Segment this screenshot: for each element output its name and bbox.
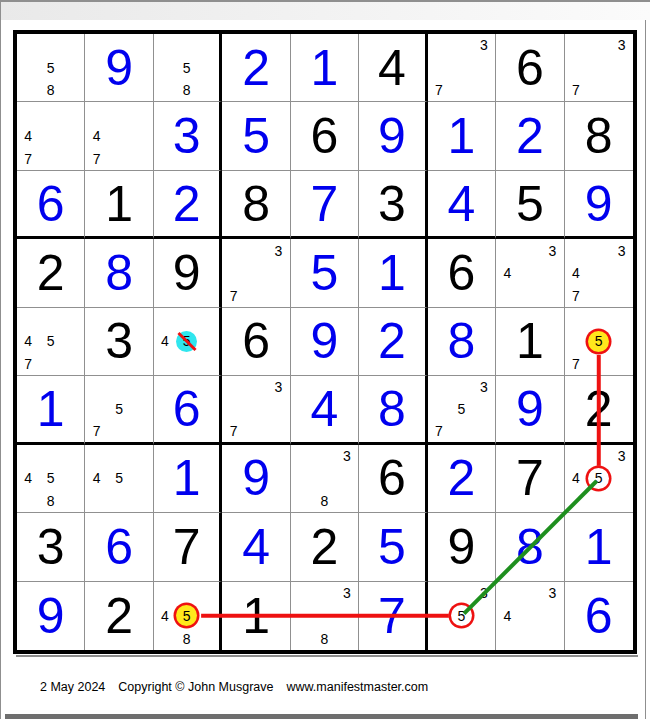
footer-website: www.manifestmaster.com	[286, 680, 428, 694]
candidate-digit: 4	[565, 468, 586, 489]
cell-r1c3[interactable]: 58	[154, 34, 222, 102]
candidate-digit: 3	[611, 240, 632, 261]
cell-r9c4[interactable]: 1	[222, 582, 290, 650]
pencil-marks: 37	[428, 34, 495, 101]
given-digit: 2	[105, 591, 133, 641]
given-digit: 3	[105, 316, 133, 366]
candidate-digit: 3	[611, 445, 632, 466]
cell-r8c5[interactable]: 2	[291, 513, 359, 581]
cell-r1c2[interactable]: 9	[85, 34, 153, 102]
cell-r5c8[interactable]: 1	[496, 308, 564, 376]
solved-digit: 2	[173, 179, 201, 229]
candidate-digit: 3	[336, 445, 357, 466]
cell-r9c7[interactable]: 35	[428, 582, 496, 650]
cell-r7c4[interactable]: 9	[222, 445, 290, 513]
solved-digit: 9	[105, 43, 133, 93]
cell-r3c9[interactable]: 9	[565, 171, 633, 239]
cell-r5c5[interactable]: 9	[291, 308, 359, 376]
cell-r8c2[interactable]: 6	[85, 513, 153, 581]
footer-copyright: Copyright © John Musgrave	[118, 680, 273, 694]
solved-digit: 5	[311, 248, 339, 298]
candidate-digit: 4	[497, 263, 518, 284]
candidate-digit: 7	[565, 285, 586, 306]
cell-r4c3[interactable]: 9	[154, 239, 222, 307]
solved-digit: 9	[585, 179, 613, 229]
cell-r7c6[interactable]: 6	[359, 445, 427, 513]
given-digit: 2	[585, 384, 613, 434]
cell-r3c5[interactable]: 7	[291, 171, 359, 239]
solved-digit: 1	[173, 453, 201, 503]
pencil-marks: 37	[565, 34, 633, 101]
cell-r2c8[interactable]: 2	[496, 102, 564, 170]
pencil-marks: 347	[565, 239, 633, 306]
cell-r4c1[interactable]: 2	[17, 239, 85, 307]
candidate-digit: 4	[86, 126, 107, 147]
candidate-digit: 7	[565, 80, 586, 101]
candidate-digit: 7	[86, 420, 107, 441]
candidate-digit: 7	[428, 420, 449, 441]
candidate-digit: 7	[86, 148, 107, 169]
candidate-digit: 3	[473, 377, 494, 398]
pencil-marks: 34	[496, 582, 563, 650]
candidate-digit: 5	[40, 468, 61, 489]
given-digit: 9	[447, 522, 475, 572]
candidate-digit: 4	[86, 468, 107, 489]
pencil-marks: 458	[154, 582, 219, 650]
cell-r1c4[interactable]: 2	[222, 34, 290, 102]
cell-r6c2[interactable]: 57	[85, 376, 153, 444]
given-digit: 4	[378, 43, 406, 93]
candidate-digit: 8	[176, 628, 197, 649]
candidate-digit: 3	[542, 582, 563, 603]
solved-digit: 8	[378, 384, 406, 434]
cell-r3c4[interactable]: 8	[222, 171, 290, 239]
pencil-marks: 57	[85, 376, 152, 441]
candidate-digit: 4	[18, 331, 39, 352]
cell-r6c8[interactable]: 9	[496, 376, 564, 444]
board-shadow	[16, 655, 638, 657]
solved-digit: 4	[242, 522, 270, 572]
solved-digit: 9	[311, 316, 339, 366]
cell-r6c4[interactable]: 37	[222, 376, 290, 444]
cell-r7c3[interactable]: 1	[154, 445, 222, 513]
cell-r4c6[interactable]: 1	[359, 239, 427, 307]
cell-r3c1[interactable]: 6	[17, 171, 85, 239]
cell-r2c3[interactable]: 3	[154, 102, 222, 170]
pencil-marks: 38	[291, 582, 358, 650]
pencil-marks: 47	[17, 102, 84, 169]
cell-r5c1[interactable]: 457	[17, 308, 85, 376]
cell-r2c9[interactable]: 8	[565, 102, 633, 170]
cell-r3c3[interactable]: 2	[154, 171, 222, 239]
candidate-digit: 7	[428, 80, 449, 101]
solved-digit: 8	[105, 248, 133, 298]
cell-r4c7[interactable]: 6	[428, 239, 496, 307]
given-digit: 8	[585, 111, 613, 161]
candidate-digit: 3	[336, 582, 357, 603]
pencil-marks: 457	[17, 308, 84, 375]
solved-digit: 1	[378, 248, 406, 298]
pencil-marks: 45	[85, 445, 152, 512]
candidate-digit: 8	[176, 80, 197, 101]
cell-r3c2[interactable]: 1	[85, 171, 153, 239]
solved-digit: 6	[173, 384, 201, 434]
cell-r1c9[interactable]: 37	[565, 34, 633, 102]
candidate-digit: 4	[18, 468, 39, 489]
solved-digit: 9	[378, 111, 406, 161]
candidate-node: 5	[588, 468, 609, 489]
candidate-endpoint: 5	[588, 331, 609, 352]
cell-r2c6[interactable]: 9	[359, 102, 427, 170]
cell-r4c9[interactable]: 347	[565, 239, 633, 307]
given-digit: 6	[311, 111, 339, 161]
given-digit: 3	[37, 522, 65, 572]
solved-digit: 3	[173, 111, 201, 161]
solved-digit: 2	[242, 43, 270, 93]
candidate-digit: 5	[40, 57, 61, 78]
pencil-marks: 47	[85, 102, 152, 169]
candidate-digit: 5	[176, 57, 197, 78]
candidate-digit: 8	[40, 80, 61, 101]
cell-r3c7[interactable]: 4	[428, 171, 496, 239]
pencil-marks: 58	[154, 34, 219, 101]
cell-r5c9[interactable]: 57	[565, 308, 633, 376]
cell-r6c1[interactable]: 1	[17, 376, 85, 444]
given-digit: 6	[447, 248, 475, 298]
candidate-digit: 5	[109, 398, 130, 419]
given-digit: 7	[173, 522, 201, 572]
cell-r8c1[interactable]: 3	[17, 513, 85, 581]
cell-r1c8[interactable]: 6	[496, 34, 564, 102]
pencil-marks: 458	[17, 445, 84, 512]
cell-r7c7[interactable]: 2	[428, 445, 496, 513]
cell-r2c4[interactable]: 5	[222, 102, 290, 170]
given-digit: 6	[242, 316, 270, 366]
given-digit: 6	[516, 43, 544, 93]
cell-r1c7[interactable]: 37	[428, 34, 496, 102]
cell-r9c2[interactable]: 2	[85, 582, 153, 650]
candidate-digit: 5	[109, 468, 130, 489]
candidate-digit: 7	[565, 353, 586, 374]
cell-r9c3[interactable]: 458	[154, 582, 222, 650]
solved-digit: 9	[242, 453, 270, 503]
cell-r6c3[interactable]: 6	[154, 376, 222, 444]
solved-digit: 2	[447, 453, 475, 503]
candidate-digit: 8	[40, 490, 61, 511]
sudoku-grid: 5895821437637474735691286128734592893751…	[17, 34, 633, 650]
solved-digit: 2	[516, 111, 544, 161]
cell-r8c4[interactable]: 4	[222, 513, 290, 581]
given-digit: 3	[378, 179, 406, 229]
cell-r6c7[interactable]: 357	[428, 376, 496, 444]
solved-digit: 9	[37, 591, 65, 641]
cell-r8c8[interactable]: 8	[496, 513, 564, 581]
candidate-digit: 3	[542, 240, 563, 261]
cell-r4c8[interactable]: 34	[496, 239, 564, 307]
candidate-digit: 8	[314, 490, 335, 511]
cell-r7c5[interactable]: 38	[291, 445, 359, 513]
cell-r7c8[interactable]: 7	[496, 445, 564, 513]
cell-r2c5[interactable]: 6	[291, 102, 359, 170]
window-bottom-bar	[5, 714, 638, 719]
solved-digit: 5	[242, 111, 270, 161]
cell-r3c6[interactable]: 3	[359, 171, 427, 239]
solved-digit: 5	[378, 522, 406, 572]
given-digit: 1	[105, 179, 133, 229]
cell-r7c1[interactable]: 458	[17, 445, 85, 513]
candidate-digit: 5	[451, 398, 472, 419]
solved-digit: 7	[311, 179, 339, 229]
cell-r8c9[interactable]: 1	[565, 513, 633, 581]
pencil-marks: 35	[428, 582, 495, 650]
candidate-digit: 4	[154, 331, 175, 352]
cell-r4c4[interactable]: 37	[222, 239, 290, 307]
cell-r1c5[interactable]: 1	[291, 34, 359, 102]
sudoku-board: 5895821437637474735691286128734592893751…	[13, 30, 637, 654]
pencil-marks: 34	[496, 239, 563, 306]
given-digit: 8	[242, 179, 270, 229]
given-digit: 1	[242, 591, 270, 641]
candidate-digit: 4	[497, 605, 518, 626]
cell-r2c1[interactable]: 47	[17, 102, 85, 170]
pencil-marks: 57	[565, 308, 633, 375]
candidate-endpoint: 5	[176, 605, 197, 626]
cell-r8c3[interactable]: 7	[154, 513, 222, 581]
window-left-edge	[0, 0, 1, 719]
cell-r2c2[interactable]: 47	[85, 102, 153, 170]
cell-r6c9[interactable]: 2	[565, 376, 633, 444]
cell-r1c1[interactable]: 58	[17, 34, 85, 102]
cell-r7c2[interactable]: 45	[85, 445, 153, 513]
cell-r6c5[interactable]: 4	[291, 376, 359, 444]
given-digit: 5	[516, 179, 544, 229]
solved-digit: 1	[585, 522, 613, 572]
footer-date: 2 May 2024	[40, 680, 105, 694]
candidate-node: 5	[451, 605, 472, 626]
cell-r9c5[interactable]: 38	[291, 582, 359, 650]
cell-r4c2[interactable]: 8	[85, 239, 153, 307]
candidate-digit: 3	[268, 240, 289, 261]
cell-r7c9[interactable]: 345	[565, 445, 633, 513]
candidate-digit: 4	[565, 263, 586, 284]
candidate-digit: 8	[314, 628, 335, 649]
given-digit: 9	[173, 248, 201, 298]
cell-r5c3[interactable]: 45	[154, 308, 222, 376]
candidate-digit: 7	[223, 420, 244, 441]
candidate-digit: 4	[18, 126, 39, 147]
pencil-marks: 38	[291, 445, 358, 512]
candidate-digit: 4	[154, 605, 175, 626]
given-digit: 2	[311, 522, 339, 572]
solved-digit: 1	[37, 384, 65, 434]
cell-r5c7[interactable]: 8	[428, 308, 496, 376]
solved-digit: 6	[585, 591, 613, 641]
given-digit: 2	[37, 248, 65, 298]
cell-r8c6[interactable]: 5	[359, 513, 427, 581]
solved-digit: 4	[447, 179, 475, 229]
pencil-marks: 37	[222, 239, 289, 306]
solved-digit: 6	[105, 522, 133, 572]
cell-r9c8[interactable]: 34	[496, 582, 564, 650]
top-toolbar	[0, 0, 650, 20]
cell-r9c6[interactable]: 7	[359, 582, 427, 650]
cell-r5c2[interactable]: 3	[85, 308, 153, 376]
solved-digit: 7	[378, 591, 406, 641]
window-right-edge	[645, 20, 646, 719]
given-digit: 7	[516, 453, 544, 503]
solved-digit: 8	[447, 316, 475, 366]
solved-digit: 8	[516, 522, 544, 572]
solved-digit: 4	[311, 384, 339, 434]
pencil-marks: 45	[154, 308, 219, 375]
candidate-digit: 7	[223, 285, 244, 306]
cell-r9c9[interactable]: 6	[565, 582, 633, 650]
candidate-digit: 3	[473, 582, 494, 603]
cell-r8c7[interactable]: 9	[428, 513, 496, 581]
cell-r6c6[interactable]: 8	[359, 376, 427, 444]
solved-digit: 1	[311, 43, 339, 93]
candidate-eliminated: 5	[176, 331, 197, 352]
footer: 2 May 2024Copyright © John Musgravewww.m…	[40, 680, 441, 694]
cell-r5c4[interactable]: 6	[222, 308, 290, 376]
candidate-digit: 3	[473, 35, 494, 56]
solved-digit: 1	[447, 111, 475, 161]
pencil-marks: 37	[222, 376, 289, 441]
cell-r4c5[interactable]: 5	[291, 239, 359, 307]
solved-digit: 9	[516, 384, 544, 434]
given-digit: 6	[378, 453, 406, 503]
cell-r5c6[interactable]: 2	[359, 308, 427, 376]
cell-r3c8[interactable]: 5	[496, 171, 564, 239]
solved-digit: 6	[37, 179, 65, 229]
pencil-marks: 58	[17, 34, 84, 101]
pencil-marks: 345	[565, 445, 633, 512]
candidate-digit: 3	[611, 35, 632, 56]
solved-digit: 2	[378, 316, 406, 366]
cell-r9c1[interactable]: 9	[17, 582, 85, 650]
cell-r2c7[interactable]: 1	[428, 102, 496, 170]
candidate-digit: 5	[40, 331, 61, 352]
cell-r1c6[interactable]: 4	[359, 34, 427, 102]
candidate-digit: 7	[18, 148, 39, 169]
candidate-digit: 7	[18, 353, 39, 374]
candidate-digit: 3	[268, 377, 289, 398]
given-digit: 1	[516, 316, 544, 366]
pencil-marks: 357	[428, 376, 495, 441]
